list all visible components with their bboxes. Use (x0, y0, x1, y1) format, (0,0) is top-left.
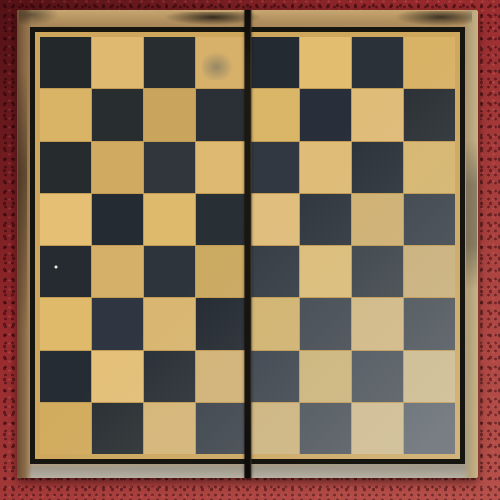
square-f1[interactable] (300, 403, 351, 454)
folding-chessboard (17, 10, 478, 478)
square-d6[interactable] (196, 142, 247, 193)
square-b6[interactable] (92, 142, 143, 193)
red-carpet-background (0, 0, 500, 500)
square-g2[interactable] (352, 351, 403, 402)
square-b7[interactable] (92, 89, 143, 140)
square-b5[interactable] (92, 194, 143, 245)
square-d7[interactable] (196, 89, 247, 140)
square-a7[interactable] (40, 89, 91, 140)
square-c3[interactable] (144, 298, 195, 349)
square-f2[interactable] (300, 351, 351, 402)
square-a5[interactable] (40, 194, 91, 245)
square-d1[interactable] (196, 403, 247, 454)
square-d8[interactable] (196, 37, 247, 88)
square-h4[interactable] (404, 246, 455, 297)
square-e8[interactable] (248, 37, 299, 88)
square-a1[interactable] (40, 403, 91, 454)
square-f5[interactable] (300, 194, 351, 245)
square-e5[interactable] (248, 194, 299, 245)
square-d3[interactable] (196, 298, 247, 349)
wear-mark (19, 10, 59, 26)
square-g3[interactable] (352, 298, 403, 349)
square-h5[interactable] (404, 194, 455, 245)
square-c4[interactable] (144, 246, 195, 297)
square-b3[interactable] (92, 298, 143, 349)
square-e1[interactable] (248, 403, 299, 454)
board-frame-right (464, 10, 478, 478)
wear-mark (394, 11, 472, 26)
square-h3[interactable] (404, 298, 455, 349)
square-a8[interactable] (40, 37, 91, 88)
square-e3[interactable] (248, 298, 299, 349)
square-h1[interactable] (404, 403, 455, 454)
square-a6[interactable] (40, 142, 91, 193)
square-b1[interactable] (92, 403, 143, 454)
square-g5[interactable] (352, 194, 403, 245)
square-f6[interactable] (300, 142, 351, 193)
wear-mark (18, 70, 27, 330)
square-b8[interactable] (92, 37, 143, 88)
square-c2[interactable] (144, 351, 195, 402)
square-f4[interactable] (300, 246, 351, 297)
square-h8[interactable] (404, 37, 455, 88)
square-e2[interactable] (248, 351, 299, 402)
square-c5[interactable] (144, 194, 195, 245)
square-c6[interactable] (144, 142, 195, 193)
square-f7[interactable] (300, 89, 351, 140)
square-e6[interactable] (248, 142, 299, 193)
square-h6[interactable] (404, 142, 455, 193)
square-f8[interactable] (300, 37, 351, 88)
wear-mark (466, 140, 477, 290)
square-g6[interactable] (352, 142, 403, 193)
square-b2[interactable] (92, 351, 143, 402)
square-e4[interactable] (248, 246, 299, 297)
square-g7[interactable] (352, 89, 403, 140)
square-g8[interactable] (352, 37, 403, 88)
square-a2[interactable] (40, 351, 91, 402)
square-d4[interactable] (196, 246, 247, 297)
square-c7[interactable] (144, 89, 195, 140)
square-f3[interactable] (300, 298, 351, 349)
square-g1[interactable] (352, 403, 403, 454)
square-b4[interactable] (92, 246, 143, 297)
square-d5[interactable] (196, 194, 247, 245)
square-a3[interactable] (40, 298, 91, 349)
square-c8[interactable] (144, 37, 195, 88)
square-e7[interactable] (248, 89, 299, 140)
square-g4[interactable] (352, 246, 403, 297)
square-d2[interactable] (196, 351, 247, 402)
square-c1[interactable] (144, 403, 195, 454)
square-h2[interactable] (404, 351, 455, 402)
fold-seam (244, 10, 251, 478)
square-h7[interactable] (404, 89, 455, 140)
square-a4[interactable] (40, 246, 91, 297)
